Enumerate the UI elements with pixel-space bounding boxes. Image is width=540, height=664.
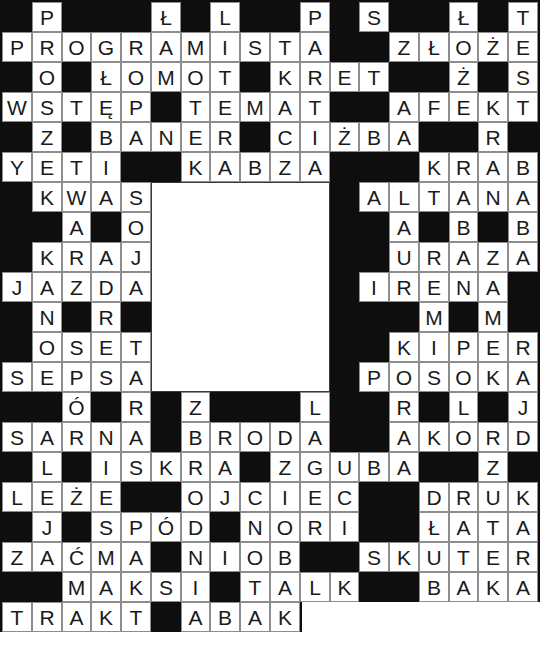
cell-r15c16-letter: O <box>449 422 478 452</box>
cell-r14c6-black <box>151 392 181 422</box>
cell-r4c6-black <box>151 92 181 122</box>
cell-r16c1-black <box>2 452 32 482</box>
cell-r14c16-letter: L <box>449 392 478 422</box>
cell-r9c5-letter: J <box>121 242 151 272</box>
cell-r10c18-black <box>508 272 538 302</box>
cell-r3c6-letter: M <box>151 62 181 92</box>
cell-r10c14-letter: R <box>389 272 419 302</box>
cell-r20c13-black <box>359 572 389 602</box>
cell-r14c1-black <box>2 392 32 422</box>
cell-r18c17-letter: T <box>478 512 508 542</box>
cell-r20c2-black <box>32 572 62 602</box>
cell-r11c4-letter: R <box>91 302 121 332</box>
cell-r14c3-letter: Ó <box>62 392 91 422</box>
cell-r3c11-letter: R <box>300 62 330 92</box>
cell-r3c13-letter: T <box>359 62 389 92</box>
cell-r2c16-letter: O <box>449 32 478 62</box>
cell-r19c12-black <box>330 542 359 572</box>
cell-r18c6-letter: Ó <box>151 512 181 542</box>
cell-r12c13-black <box>359 332 389 362</box>
cell-r5c6-letter: N <box>151 122 181 152</box>
cell-r21c8-letter: B <box>210 602 240 632</box>
cell-r10c17-letter: A <box>478 272 508 302</box>
cell-r20c15-letter: B <box>419 572 449 602</box>
cell-r6c13-black <box>359 152 389 182</box>
cell-r12c17-letter: E <box>478 332 508 362</box>
cell-r17c15-letter: D <box>419 482 449 512</box>
cell-r4c4-letter: Ę <box>91 92 121 122</box>
cell-r1c9-black <box>240 2 270 32</box>
cell-r12c2-letter: O <box>32 332 62 362</box>
cell-r9c12-black <box>330 242 359 272</box>
cell-r6c4-letter: I <box>91 152 121 182</box>
cell-r19c11-black <box>300 542 330 572</box>
cell-r18c18-letter: A <box>508 512 538 542</box>
cell-r15c3-letter: R <box>62 422 91 452</box>
cell-r18c2-letter: J <box>32 512 62 542</box>
cell-r13c2-letter: E <box>32 362 62 392</box>
cell-r21c3-letter: A <box>62 602 91 632</box>
cell-r9c16-letter: A <box>449 242 478 272</box>
cell-r20c9-letter: T <box>240 572 270 602</box>
cell-r12c12-black <box>330 332 359 362</box>
cell-r15c10-letter: D <box>270 422 300 452</box>
cell-r19c1-letter: Z <box>2 542 32 572</box>
cell-r7c2-letter: K <box>32 182 62 212</box>
cell-r10c5-letter: A <box>121 272 151 302</box>
cell-r2c3-letter: O <box>62 32 91 62</box>
cell-r15c14-letter: A <box>389 422 419 452</box>
cell-r10c13-letter: I <box>359 272 389 302</box>
cell-r4c14-letter: A <box>389 92 419 122</box>
cell-r4c7-letter: T <box>181 92 210 122</box>
cell-r3c14-black <box>389 62 419 92</box>
cell-r14c13-black <box>359 392 389 422</box>
cell-r19c17-letter: E <box>478 542 508 572</box>
cell-r2c17-letter: Ż <box>478 32 508 62</box>
picture-block <box>151 182 330 392</box>
grid-border-step-vertical <box>300 602 302 632</box>
cell-r15c12-black <box>330 422 359 452</box>
cell-r14c18-letter: J <box>508 392 538 422</box>
cell-r20c6-letter: S <box>151 572 181 602</box>
cell-r8c15-black <box>419 212 449 242</box>
cell-r4c9-letter: M <box>240 92 270 122</box>
cell-r10c2-letter: A <box>32 272 62 302</box>
cell-r4c11-letter: T <box>300 92 330 122</box>
cell-r8c4-black <box>91 212 121 242</box>
cell-r1c6-letter: Ł <box>151 2 181 32</box>
cell-r18c12-letter: I <box>330 512 359 542</box>
cell-r8c1-black <box>2 212 32 242</box>
cell-r19c15-letter: U <box>419 542 449 572</box>
cell-r16c18-black <box>508 452 538 482</box>
cell-r3c7-letter: O <box>181 62 210 92</box>
cell-r19c14-letter: K <box>389 542 419 572</box>
cell-r15c17-letter: R <box>478 422 508 452</box>
cell-r14c11-letter: L <box>300 392 330 422</box>
cell-r21c2-letter: R <box>32 602 62 632</box>
cell-r20c11-letter: L <box>300 572 330 602</box>
cell-r7c3-letter: W <box>62 182 91 212</box>
cell-r4c18-letter: T <box>508 92 538 122</box>
cell-r1c11-letter: P <box>300 2 330 32</box>
cell-r16c6-letter: K <box>151 452 181 482</box>
cell-r3c2-letter: O <box>32 62 62 92</box>
cell-r2c6-letter: A <box>151 32 181 62</box>
cell-r10c1-letter: J <box>2 272 32 302</box>
cell-r13c3-letter: P <box>62 362 91 392</box>
cell-r1c14-black <box>389 2 419 32</box>
cell-r1c15-black <box>419 2 449 32</box>
cell-r16c12-letter: U <box>330 452 359 482</box>
cell-r4c5-letter: P <box>121 92 151 122</box>
cell-r3c8-letter: T <box>210 62 240 92</box>
cell-r20c12-letter: K <box>330 572 359 602</box>
cell-r1c18-letter: T <box>508 2 538 32</box>
cell-r19c6-black <box>151 542 181 572</box>
cell-r1c12-black <box>330 2 359 32</box>
cell-r11c16-black <box>449 302 478 332</box>
cell-r19c3-letter: Ć <box>62 542 91 572</box>
cell-r17c8-letter: J <box>210 482 240 512</box>
cell-r1c10-black <box>270 2 300 32</box>
cell-r2c10-letter: T <box>270 32 300 62</box>
cell-r5c9-black <box>240 122 270 152</box>
cell-r5c1-black <box>2 122 32 152</box>
cell-r4c8-letter: E <box>210 92 240 122</box>
cell-r17c12-letter: C <box>330 482 359 512</box>
cell-r19c8-letter: I <box>210 542 240 572</box>
cell-r5c2-letter: Z <box>32 122 62 152</box>
cell-r10c4-letter: D <box>91 272 121 302</box>
cell-r6c1-letter: Y <box>2 152 32 182</box>
cell-r17c10-letter: I <box>270 482 300 512</box>
cell-r16c7-letter: R <box>181 452 210 482</box>
cell-r16c5-letter: S <box>121 452 151 482</box>
cell-r15c9-letter: O <box>240 422 270 452</box>
cell-r16c9-black <box>240 452 270 482</box>
cell-r18c14-black <box>389 512 419 542</box>
cell-r18c15-letter: Ł <box>419 512 449 542</box>
cell-r3c12-letter: E <box>330 62 359 92</box>
cell-r21c9-letter: A <box>240 602 270 632</box>
cell-r20c17-letter: K <box>478 572 508 602</box>
cell-r16c17-letter: Z <box>478 452 508 482</box>
cell-r4c10-letter: A <box>270 92 300 122</box>
cell-r7c18-letter: A <box>508 182 538 212</box>
cell-r21c5-letter: T <box>121 602 151 632</box>
cell-r4c13-black <box>359 92 389 122</box>
cell-r15c8-letter: R <box>210 422 240 452</box>
cell-r12c4-letter: E <box>91 332 121 362</box>
cell-r6c17-letter: A <box>478 152 508 182</box>
cell-r15c7-letter: B <box>181 422 210 452</box>
cell-r5c3-black <box>62 122 91 152</box>
cell-r4c3-letter: T <box>62 92 91 122</box>
cell-r18c5-letter: P <box>121 512 151 542</box>
cell-r14c15-black <box>419 392 449 422</box>
cell-r20c10-letter: A <box>270 572 300 602</box>
cell-r1c8-letter: L <box>210 2 240 32</box>
cell-r5c15-black <box>419 122 449 152</box>
cell-r2c9-letter: S <box>240 32 270 62</box>
cell-r1c3-black <box>62 2 91 32</box>
cell-r6c2-letter: E <box>32 152 62 182</box>
cell-r13c16-letter: O <box>449 362 478 392</box>
cell-r3c18-letter: S <box>508 62 538 92</box>
cell-r15c6-black <box>151 422 181 452</box>
cell-r13c15-letter: S <box>419 362 449 392</box>
cell-r7c16-letter: A <box>449 182 478 212</box>
cell-r7c5-letter: S <box>121 182 151 212</box>
cell-r9c14-letter: U <box>389 242 419 272</box>
cell-r17c4-letter: E <box>91 482 121 512</box>
cell-r5c4-letter: B <box>91 122 121 152</box>
cell-r6c8-letter: A <box>210 152 240 182</box>
cell-r1c2-letter: P <box>32 2 62 32</box>
cell-r2c13-black <box>359 32 389 62</box>
cell-r15c5-letter: A <box>121 422 151 452</box>
cell-r15c2-letter: A <box>32 422 62 452</box>
cell-r16c4-letter: I <box>91 452 121 482</box>
cell-r2c1-letter: P <box>2 32 32 62</box>
cell-r8c3-letter: A <box>62 212 91 242</box>
cell-r12c5-letter: T <box>121 332 151 362</box>
cell-r18c9-letter: N <box>240 512 270 542</box>
cell-r1c1-black <box>2 2 32 32</box>
cell-r16c11-letter: G <box>300 452 330 482</box>
cell-r5c5-letter: A <box>121 122 151 152</box>
cell-r1c13-letter: S <box>359 2 389 32</box>
cell-r3c17-black <box>478 62 508 92</box>
cell-r17c14-black <box>389 482 419 512</box>
cell-r18c4-letter: S <box>91 512 121 542</box>
cell-r7c13-letter: A <box>359 182 389 212</box>
cell-r10c15-letter: E <box>419 272 449 302</box>
cell-r12c1-black <box>2 332 32 362</box>
cell-r9c15-letter: R <box>419 242 449 272</box>
cell-r20c14-black <box>389 572 419 602</box>
cell-r17c13-black <box>359 482 389 512</box>
cell-r4c12-black <box>330 92 359 122</box>
cell-r1c5-black <box>121 2 151 32</box>
cell-r13c4-letter: S <box>91 362 121 392</box>
cell-r2c7-letter: M <box>181 32 210 62</box>
cell-r21c4-letter: K <box>91 602 121 632</box>
cell-r14c10-black <box>270 392 300 422</box>
cell-r16c2-letter: L <box>32 452 62 482</box>
cell-r16c13-letter: B <box>359 452 389 482</box>
cell-r8c12-black <box>330 212 359 242</box>
cell-r6c14-black <box>389 152 419 182</box>
cell-r18c11-letter: R <box>300 512 330 542</box>
cell-r20c18-letter: A <box>508 572 538 602</box>
cell-r19c9-letter: O <box>240 542 270 572</box>
cell-r14c12-black <box>330 392 359 422</box>
cell-r12c15-letter: I <box>419 332 449 362</box>
cell-r21c6-black <box>151 602 181 632</box>
cell-r4c16-letter: E <box>449 92 478 122</box>
cell-r18c1-black <box>2 512 32 542</box>
cell-r5c10-letter: C <box>270 122 300 152</box>
cell-r11c3-black <box>62 302 91 332</box>
cell-r1c16-letter: Ł <box>449 2 478 32</box>
cell-r3c5-letter: O <box>121 62 151 92</box>
cell-r7c17-letter: N <box>478 182 508 212</box>
cell-r8c16-letter: B <box>449 212 478 242</box>
cell-r13c5-letter: A <box>121 362 151 392</box>
cell-r20c1-black <box>2 572 32 602</box>
cell-r12c16-letter: P <box>449 332 478 362</box>
cell-r20c16-letter: A <box>449 572 478 602</box>
cell-r11c15-letter: M <box>419 302 449 332</box>
cell-r15c11-letter: A <box>300 422 330 452</box>
cell-r16c14-letter: A <box>389 452 419 482</box>
cell-r17c3-letter: Ż <box>62 482 91 512</box>
cell-r3c4-letter: Ł <box>91 62 121 92</box>
cell-r14c2-black <box>32 392 62 422</box>
cell-r5c11-letter: I <box>300 122 330 152</box>
cell-r1c7-black <box>181 2 210 32</box>
cell-r1c17-black <box>478 2 508 32</box>
cell-r2c11-letter: A <box>300 32 330 62</box>
cell-r19c7-letter: N <box>181 542 210 572</box>
cell-r6c12-black <box>330 152 359 182</box>
cell-r6c6-black <box>151 152 181 182</box>
cell-r20c8-black <box>210 572 240 602</box>
cell-r6c9-letter: B <box>240 152 270 182</box>
cell-r13c17-letter: K <box>478 362 508 392</box>
cell-r9c2-letter: K <box>32 242 62 272</box>
cell-r19c13-letter: S <box>359 542 389 572</box>
cell-r11c18-black <box>508 302 538 332</box>
cell-r11c14-black <box>389 302 419 332</box>
cell-r14c17-black <box>478 392 508 422</box>
cell-r6c11-letter: A <box>300 152 330 182</box>
cell-r2c12-black <box>330 32 359 62</box>
cell-r8c5-letter: O <box>121 212 151 242</box>
cell-r10c12-black <box>330 272 359 302</box>
cell-r2c15-letter: Ł <box>419 32 449 62</box>
cell-r10c16-letter: N <box>449 272 478 302</box>
cell-r14c5-letter: R <box>121 392 151 422</box>
cell-r19c5-letter: A <box>121 542 151 572</box>
cell-r17c18-letter: K <box>508 482 538 512</box>
cell-r19c18-letter: R <box>508 542 538 572</box>
cell-r5c12-letter: Ż <box>330 122 359 152</box>
cell-r13c14-letter: O <box>389 362 419 392</box>
cell-r5c8-letter: R <box>210 122 240 152</box>
cell-r9c3-letter: R <box>62 242 91 272</box>
cell-r16c16-black <box>449 452 478 482</box>
cell-r18c3-black <box>62 512 91 542</box>
cell-r2c5-letter: R <box>121 32 151 62</box>
cell-r20c5-letter: K <box>121 572 151 602</box>
cell-r13c13-letter: P <box>359 362 389 392</box>
cell-r16c8-letter: A <box>210 452 240 482</box>
cell-r12c3-letter: S <box>62 332 91 362</box>
cell-r9c13-black <box>359 242 389 272</box>
cell-r8c18-letter: B <box>508 212 538 242</box>
cell-r18c16-letter: A <box>449 512 478 542</box>
cell-r14c4-black <box>91 392 121 422</box>
cell-r21c7-letter: A <box>181 602 210 632</box>
cell-r21c1-letter: T <box>2 602 32 632</box>
cell-r11c5-black <box>121 302 151 332</box>
cell-r4c17-letter: K <box>478 92 508 122</box>
cell-r2c8-letter: I <box>210 32 240 62</box>
cell-r5c16-black <box>449 122 478 152</box>
cell-r12c14-letter: K <box>389 332 419 362</box>
cell-r2c2-letter: R <box>32 32 62 62</box>
cell-r5c18-black <box>508 122 538 152</box>
cell-r2c18-letter: E <box>508 32 538 62</box>
cell-r3c16-letter: Ż <box>449 62 478 92</box>
cell-r6c16-letter: R <box>449 152 478 182</box>
cell-r1c4-black <box>91 2 121 32</box>
cell-r15c13-black <box>359 422 389 452</box>
cell-r11c17-letter: M <box>478 302 508 332</box>
cell-r4c2-letter: S <box>32 92 62 122</box>
cell-r14c7-letter: Z <box>181 392 210 422</box>
cell-r6c10-letter: Z <box>270 152 300 182</box>
cell-r18c7-letter: D <box>181 512 210 542</box>
cell-r8c2-black <box>32 212 62 242</box>
cell-r20c4-letter: A <box>91 572 121 602</box>
cell-r6c5-black <box>121 152 151 182</box>
cell-r13c1-letter: S <box>2 362 32 392</box>
cell-r19c4-letter: M <box>91 542 121 572</box>
cell-r9c4-letter: A <box>91 242 121 272</box>
cell-r3c10-letter: K <box>270 62 300 92</box>
cell-r11c12-black <box>330 302 359 332</box>
cell-r15c18-letter: D <box>508 422 538 452</box>
cell-r3c15-black <box>419 62 449 92</box>
cell-r15c4-letter: N <box>91 422 121 452</box>
cell-r11c2-letter: N <box>32 302 62 332</box>
cell-r6c18-letter: B <box>508 152 538 182</box>
cell-r17c7-letter: O <box>181 482 210 512</box>
cell-r17c5-black <box>121 482 151 512</box>
cell-r7c4-letter: A <box>91 182 121 212</box>
cell-r17c11-letter: E <box>300 482 330 512</box>
cell-r16c3-black <box>62 452 91 482</box>
cell-r3c9-black <box>240 62 270 92</box>
cell-r13c18-letter: A <box>508 362 538 392</box>
cell-r18c8-black <box>210 512 240 542</box>
cell-r7c12-black <box>330 182 359 212</box>
cell-r21c10-letter: K <box>270 602 300 632</box>
cell-r20c7-letter: I <box>181 572 210 602</box>
cell-r8c17-black <box>478 212 508 242</box>
cell-r17c1-letter: L <box>2 482 32 512</box>
cell-r17c6-black <box>151 482 181 512</box>
cell-r3c1-black <box>2 62 32 92</box>
cell-r18c13-black <box>359 512 389 542</box>
cell-r10c3-letter: Z <box>62 272 91 302</box>
cell-r9c1-black <box>2 242 32 272</box>
cell-r4c15-letter: F <box>419 92 449 122</box>
cell-r9c18-letter: A <box>508 242 538 272</box>
cell-r17c2-letter: E <box>32 482 62 512</box>
cell-r5c17-letter: R <box>478 122 508 152</box>
cell-r18c10-letter: O <box>270 512 300 542</box>
cell-r20c3-letter: M <box>62 572 91 602</box>
cell-r16c15-black <box>419 452 449 482</box>
cell-r15c1-letter: S <box>2 422 32 452</box>
cell-r14c14-letter: R <box>389 392 419 422</box>
